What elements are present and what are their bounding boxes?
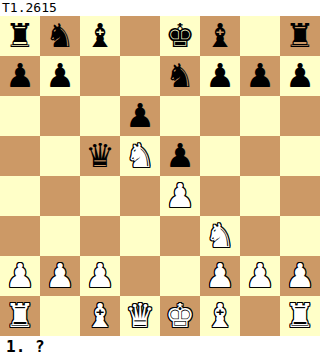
- square-a7[interactable]: ♟: [0, 56, 40, 96]
- square-h4[interactable]: [280, 176, 320, 216]
- square-b7[interactable]: ♟: [40, 56, 80, 96]
- white-king-icon: ♚: [165, 296, 195, 336]
- white-pawn-icon: ♟: [285, 256, 315, 296]
- square-f8[interactable]: ♝: [200, 16, 240, 56]
- square-h8[interactable]: ♜: [280, 16, 320, 56]
- square-e7[interactable]: ♞: [160, 56, 200, 96]
- white-pawn-icon: ♟: [85, 256, 115, 296]
- square-a2[interactable]: ♟: [0, 256, 40, 296]
- square-d4[interactable]: [120, 176, 160, 216]
- square-b4[interactable]: [40, 176, 80, 216]
- black-pawn-icon: ♟: [45, 56, 75, 96]
- square-b5[interactable]: [40, 136, 80, 176]
- black-pawn-icon: ♟: [5, 56, 35, 96]
- square-f7[interactable]: ♟: [200, 56, 240, 96]
- square-e1[interactable]: ♚: [160, 296, 200, 336]
- square-e8[interactable]: ♚: [160, 16, 200, 56]
- square-d5[interactable]: ♞: [120, 136, 160, 176]
- square-h5[interactable]: [280, 136, 320, 176]
- chess-board: ♜♞♝♚♝♜♟♟♞♟♟♟♟♛♞♟♟♞♟♟♟♟♟♟♜♝♛♚♝♜: [0, 16, 320, 336]
- white-pawn-icon: ♟: [165, 176, 195, 216]
- black-bishop-icon: ♝: [85, 16, 115, 56]
- square-d1[interactable]: ♛: [120, 296, 160, 336]
- square-c5[interactable]: ♛: [80, 136, 120, 176]
- white-rook-icon: ♜: [5, 296, 35, 336]
- black-rook-icon: ♜: [5, 16, 35, 56]
- white-pawn-icon: ♟: [45, 256, 75, 296]
- square-e3[interactable]: [160, 216, 200, 256]
- white-pawn-icon: ♟: [5, 256, 35, 296]
- black-pawn-icon: ♟: [245, 56, 275, 96]
- chess-puzzle-window: T1.2615 ♜♞♝♚♝♜♟♟♞♟♟♟♟♛♞♟♟♞♟♟♟♟♟♟♜♝♛♚♝♜ 1…: [0, 0, 320, 360]
- square-g7[interactable]: ♟: [240, 56, 280, 96]
- square-d6[interactable]: ♟: [120, 96, 160, 136]
- square-h1[interactable]: ♜: [280, 296, 320, 336]
- square-c6[interactable]: [80, 96, 120, 136]
- black-king-icon: ♚: [165, 16, 195, 56]
- square-h7[interactable]: ♟: [280, 56, 320, 96]
- white-knight-icon: ♞: [125, 136, 155, 176]
- square-f3[interactable]: ♞: [200, 216, 240, 256]
- square-g2[interactable]: ♟: [240, 256, 280, 296]
- square-c2[interactable]: ♟: [80, 256, 120, 296]
- white-rook-icon: ♜: [285, 296, 315, 336]
- square-g1[interactable]: [240, 296, 280, 336]
- square-a4[interactable]: [0, 176, 40, 216]
- square-a6[interactable]: [0, 96, 40, 136]
- square-b2[interactable]: ♟: [40, 256, 80, 296]
- black-knight-icon: ♞: [45, 16, 75, 56]
- white-pawn-icon: ♟: [245, 256, 275, 296]
- square-b1[interactable]: [40, 296, 80, 336]
- square-c3[interactable]: [80, 216, 120, 256]
- square-g8[interactable]: [240, 16, 280, 56]
- square-c1[interactable]: ♝: [80, 296, 120, 336]
- square-g4[interactable]: [240, 176, 280, 216]
- puzzle-id: T1.2615: [0, 0, 320, 16]
- square-c4[interactable]: [80, 176, 120, 216]
- square-e6[interactable]: [160, 96, 200, 136]
- square-d8[interactable]: [120, 16, 160, 56]
- square-c8[interactable]: ♝: [80, 16, 120, 56]
- white-bishop-icon: ♝: [85, 296, 115, 336]
- square-d2[interactable]: [120, 256, 160, 296]
- square-h6[interactable]: [280, 96, 320, 136]
- square-g5[interactable]: [240, 136, 280, 176]
- white-knight-icon: ♞: [205, 216, 235, 256]
- black-knight-icon: ♞: [165, 56, 195, 96]
- black-pawn-icon: ♟: [125, 96, 155, 136]
- black-pawn-icon: ♟: [285, 56, 315, 96]
- square-e2[interactable]: [160, 256, 200, 296]
- square-f4[interactable]: [200, 176, 240, 216]
- square-e4[interactable]: ♟: [160, 176, 200, 216]
- square-d3[interactable]: [120, 216, 160, 256]
- square-c7[interactable]: [80, 56, 120, 96]
- white-queen-icon: ♛: [125, 296, 155, 336]
- white-bishop-icon: ♝: [205, 296, 235, 336]
- square-h3[interactable]: [280, 216, 320, 256]
- square-g3[interactable]: [240, 216, 280, 256]
- black-pawn-icon: ♟: [205, 56, 235, 96]
- square-b3[interactable]: [40, 216, 80, 256]
- black-rook-icon: ♜: [285, 16, 315, 56]
- square-a8[interactable]: ♜: [0, 16, 40, 56]
- square-a5[interactable]: [0, 136, 40, 176]
- square-f1[interactable]: ♝: [200, 296, 240, 336]
- square-e5[interactable]: ♟: [160, 136, 200, 176]
- square-h2[interactable]: ♟: [280, 256, 320, 296]
- black-pawn-icon: ♟: [165, 136, 195, 176]
- square-d7[interactable]: [120, 56, 160, 96]
- black-queen-icon: ♛: [85, 136, 115, 176]
- square-b8[interactable]: ♞: [40, 16, 80, 56]
- square-a1[interactable]: ♜: [0, 296, 40, 336]
- move-prompt: 1. ?: [0, 336, 320, 360]
- square-f6[interactable]: [200, 96, 240, 136]
- square-b6[interactable]: [40, 96, 80, 136]
- square-g6[interactable]: [240, 96, 280, 136]
- black-bishop-icon: ♝: [205, 16, 235, 56]
- square-f5[interactable]: [200, 136, 240, 176]
- square-f2[interactable]: ♟: [200, 256, 240, 296]
- white-pawn-icon: ♟: [205, 256, 235, 296]
- square-a3[interactable]: [0, 216, 40, 256]
